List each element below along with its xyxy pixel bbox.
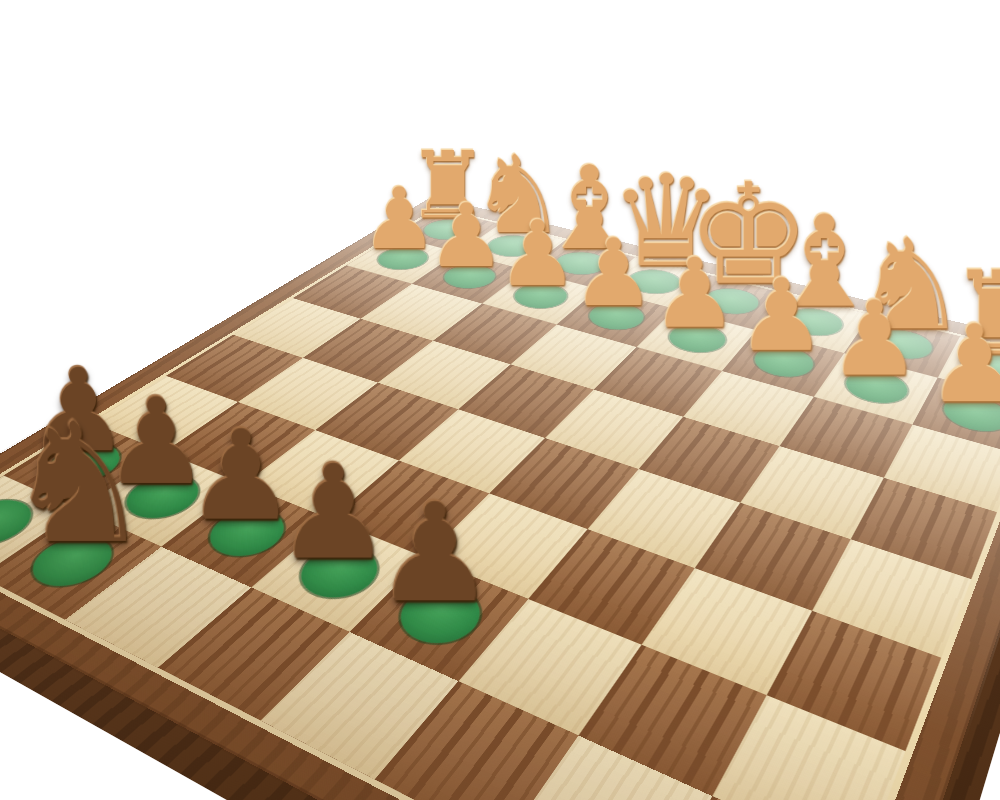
white-pawn: ♟: [649, 245, 740, 341]
photo-stage: ♜♞♝♛♚♝♞♜♟♟♟♟♟♟♟♟♟♟♟♟♟♜♞: [0, 0, 1000, 800]
black-knight: ♞: [4, 401, 125, 567]
white-pawn: ♟: [734, 266, 828, 366]
white-pawn: ♟: [826, 287, 924, 390]
white-pawn: ♟: [924, 311, 1000, 418]
square-b8: ♞: [0, 510, 161, 620]
chess-board: ♜♞♝♛♚♝♞♜♟♟♟♟♟♟♟♟♟♟♟♟♟♜♞: [0, 197, 1000, 800]
square-h2: ♟: [913, 378, 1000, 455]
black-pawn: ♟: [370, 485, 499, 621]
white-pawn: ♟: [495, 209, 580, 299]
white-pawn: ♟: [569, 226, 657, 319]
